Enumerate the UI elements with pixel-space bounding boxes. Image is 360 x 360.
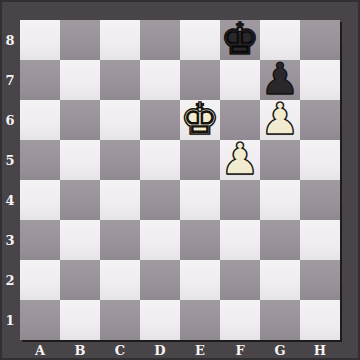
file-label-h: H [300,341,340,359]
chessboard-frame: ♚♟♚♟♟ 87654321 ABCDEFGH [0,0,360,360]
square-g5[interactable] [260,140,300,180]
square-e5[interactable] [180,140,220,180]
square-e8[interactable] [180,20,220,60]
square-d1[interactable] [140,300,180,340]
square-b3[interactable] [60,220,100,260]
square-b4[interactable] [60,180,100,220]
square-f4[interactable] [220,180,260,220]
rank-label-6: 6 [0,100,20,140]
rank-label-1: 1 [0,300,20,340]
square-b6[interactable] [60,100,100,140]
square-a7[interactable] [20,60,60,100]
square-e2[interactable] [180,260,220,300]
square-h1[interactable] [300,300,340,340]
black-king[interactable]: ♚ [220,20,259,59]
rank-label-4: 4 [0,180,20,220]
square-h4[interactable] [300,180,340,220]
square-e4[interactable] [180,180,220,220]
file-label-d: D [140,341,180,359]
square-c1[interactable] [100,300,140,340]
square-a8[interactable] [20,20,60,60]
square-a4[interactable] [20,180,60,220]
file-label-e: E [180,341,220,359]
square-g3[interactable] [260,220,300,260]
square-f2[interactable] [220,260,260,300]
square-c4[interactable] [100,180,140,220]
black-pawn[interactable]: ♟ [260,60,299,99]
square-h7[interactable] [300,60,340,100]
square-f5[interactable]: ♟ [220,140,260,180]
square-c6[interactable] [100,100,140,140]
square-h8[interactable] [300,20,340,60]
file-label-f: F [220,341,260,359]
square-c5[interactable] [100,140,140,180]
square-d7[interactable] [140,60,180,100]
file-label-c: C [100,341,140,359]
square-h6[interactable] [300,100,340,140]
white-pawn[interactable]: ♟ [220,140,259,179]
square-b5[interactable] [60,140,100,180]
square-g4[interactable] [260,180,300,220]
rank-label-7: 7 [0,60,20,100]
square-e1[interactable] [180,300,220,340]
square-e3[interactable] [180,220,220,260]
square-b7[interactable] [60,60,100,100]
rank-label-5: 5 [0,140,20,180]
square-a2[interactable] [20,260,60,300]
white-pawn[interactable]: ♟ [260,100,299,139]
square-d5[interactable] [140,140,180,180]
square-g1[interactable] [260,300,300,340]
square-h3[interactable] [300,220,340,260]
square-d2[interactable] [140,260,180,300]
square-f3[interactable] [220,220,260,260]
square-b8[interactable] [60,20,100,60]
square-f7[interactable] [220,60,260,100]
square-f1[interactable] [220,300,260,340]
square-d8[interactable] [140,20,180,60]
square-a1[interactable] [20,300,60,340]
square-g2[interactable] [260,260,300,300]
square-h2[interactable] [300,260,340,300]
square-g8[interactable] [260,20,300,60]
square-e6[interactable]: ♚ [180,100,220,140]
square-f8[interactable]: ♚ [220,20,260,60]
square-f6[interactable] [220,100,260,140]
square-e7[interactable] [180,60,220,100]
rank-label-8: 8 [0,20,20,60]
square-g7[interactable]: ♟ [260,60,300,100]
square-a5[interactable] [20,140,60,180]
square-d3[interactable] [140,220,180,260]
file-label-b: B [60,341,100,359]
file-label-g: G [260,341,300,359]
square-c3[interactable] [100,220,140,260]
square-d6[interactable] [140,100,180,140]
square-d4[interactable] [140,180,180,220]
file-labels: ABCDEFGH [20,341,340,359]
square-c7[interactable] [100,60,140,100]
file-label-a: A [20,341,60,359]
rank-label-2: 2 [0,260,20,300]
rank-labels: 87654321 [0,20,20,340]
square-b1[interactable] [60,300,100,340]
square-c8[interactable] [100,20,140,60]
square-h5[interactable] [300,140,340,180]
square-b2[interactable] [60,260,100,300]
square-c2[interactable] [100,260,140,300]
square-a6[interactable] [20,100,60,140]
square-a3[interactable] [20,220,60,260]
rank-label-3: 3 [0,220,20,260]
square-g6[interactable]: ♟ [260,100,300,140]
chessboard: ♚♟♚♟♟ [20,20,340,340]
white-king[interactable]: ♚ [180,100,219,139]
